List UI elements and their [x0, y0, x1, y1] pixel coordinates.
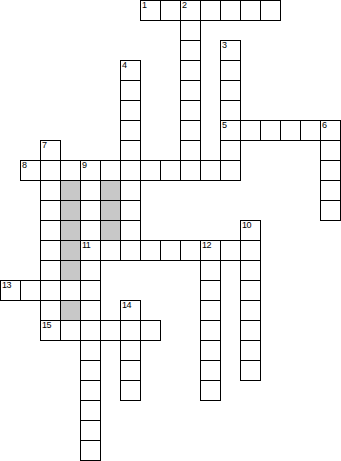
cell-r8c1[interactable] — [20, 160, 41, 181]
cell-r5c6[interactable] — [120, 100, 141, 121]
cell-r17c12[interactable] — [240, 340, 261, 361]
cell-r12c10[interactable] — [200, 240, 221, 261]
cell-r14c4[interactable] — [80, 280, 101, 301]
cell-r6c16[interactable] — [320, 120, 341, 141]
cell-r2c9[interactable] — [180, 40, 201, 61]
cell-r6c6[interactable] — [120, 120, 141, 141]
cell-r16c12[interactable] — [240, 320, 261, 341]
cell-r3c9[interactable] — [180, 60, 201, 81]
cell-r18c4[interactable] — [80, 360, 101, 381]
cell-r12c3-shaded[interactable] — [60, 240, 81, 261]
cell-r8c2[interactable] — [40, 160, 61, 181]
cell-r0c11[interactable] — [220, 0, 241, 21]
cell-r16c6[interactable] — [120, 320, 141, 341]
cell-r17c4[interactable] — [80, 340, 101, 361]
cell-r12c8[interactable] — [160, 240, 181, 261]
cell-r0c8[interactable] — [160, 0, 181, 21]
cell-r13c3-shaded[interactable] — [60, 260, 81, 281]
cell-r0c7[interactable] — [140, 0, 161, 21]
cell-r10c2[interactable] — [40, 200, 61, 221]
cell-r8c10[interactable] — [200, 160, 221, 181]
cell-r8c4[interactable] — [80, 160, 101, 181]
cell-r16c5[interactable] — [100, 320, 121, 341]
cell-r8c11[interactable] — [220, 160, 241, 181]
cell-r15c2[interactable] — [40, 300, 61, 321]
cell-r6c14[interactable] — [280, 120, 301, 141]
cell-r6c13[interactable] — [260, 120, 281, 141]
cell-r16c2[interactable] — [40, 320, 61, 341]
cell-r6c9[interactable] — [180, 120, 201, 141]
cell-r16c4[interactable] — [80, 320, 101, 341]
cell-r10c5-shaded[interactable] — [100, 200, 121, 221]
cell-r9c2[interactable] — [40, 180, 61, 201]
cell-r18c6[interactable] — [120, 360, 141, 381]
cell-r12c11[interactable] — [220, 240, 241, 261]
cell-r14c10[interactable] — [200, 280, 221, 301]
cell-r11c12[interactable] — [240, 220, 261, 241]
cell-r3c6[interactable] — [120, 60, 141, 81]
cell-r16c10[interactable] — [200, 320, 221, 341]
cell-r12c2[interactable] — [40, 240, 61, 261]
cell-r5c11[interactable] — [220, 100, 241, 121]
cell-r21c4[interactable] — [80, 420, 101, 441]
cell-r9c5-shaded[interactable] — [100, 180, 121, 201]
cell-r17c6[interactable] — [120, 340, 141, 361]
cell-r0c12[interactable] — [240, 0, 261, 21]
cell-r11c4[interactable] — [80, 220, 101, 241]
cell-r16c3[interactable] — [60, 320, 81, 341]
cell-r9c3-shaded[interactable] — [60, 180, 81, 201]
cell-r11c2[interactable] — [40, 220, 61, 241]
cell-r11c6[interactable] — [120, 220, 141, 241]
cell-r18c12[interactable] — [240, 360, 261, 381]
cell-r8c5[interactable] — [100, 160, 121, 181]
cell-r10c4[interactable] — [80, 200, 101, 221]
cell-r8c7[interactable] — [140, 160, 161, 181]
cell-r15c3-shaded[interactable] — [60, 300, 81, 321]
cell-r15c12[interactable] — [240, 300, 261, 321]
cell-r10c3-shaded[interactable] — [60, 200, 81, 221]
cell-r16c7[interactable] — [140, 320, 161, 341]
cell-r17c10[interactable] — [200, 340, 221, 361]
cell-r3c11[interactable] — [220, 60, 241, 81]
cell-r11c3-shaded[interactable] — [60, 220, 81, 241]
cell-r12c7[interactable] — [140, 240, 161, 261]
cell-r7c9[interactable] — [180, 140, 201, 161]
cell-r12c6[interactable] — [120, 240, 141, 261]
cell-r15c6[interactable] — [120, 300, 141, 321]
cell-r8c6[interactable] — [120, 160, 141, 181]
cell-r19c10[interactable] — [200, 380, 221, 401]
cell-r7c2[interactable] — [40, 140, 61, 161]
cell-r12c4[interactable] — [80, 240, 101, 261]
cell-r4c9[interactable] — [180, 80, 201, 101]
cell-r11c5-shaded[interactable] — [100, 220, 121, 241]
cell-r8c9[interactable] — [180, 160, 201, 181]
cell-r13c2[interactable] — [40, 260, 61, 281]
cell-r15c10[interactable] — [200, 300, 221, 321]
cell-r18c10[interactable] — [200, 360, 221, 381]
cell-r0c9[interactable] — [180, 0, 201, 21]
cell-r13c10[interactable] — [200, 260, 221, 281]
cell-r14c0[interactable] — [0, 280, 21, 301]
cell-r9c6[interactable] — [120, 180, 141, 201]
cell-r1c9[interactable] — [180, 20, 201, 41]
cell-r14c1[interactable] — [20, 280, 41, 301]
crossword-grid: 123456789101112131415 — [0, 0, 341, 461]
cell-r13c12[interactable] — [240, 260, 261, 281]
cell-r0c10[interactable] — [200, 0, 221, 21]
cell-r7c16[interactable] — [320, 140, 341, 161]
cell-r22c4[interactable] — [80, 440, 101, 461]
cell-r9c16[interactable] — [320, 180, 341, 201]
cell-r14c3[interactable] — [60, 280, 81, 301]
cell-r8c8[interactable] — [160, 160, 181, 181]
cell-r7c11[interactable] — [220, 140, 241, 161]
cell-r10c6[interactable] — [120, 200, 141, 221]
cell-r6c15[interactable] — [300, 120, 321, 141]
cell-r19c4[interactable] — [80, 380, 101, 401]
cell-r14c12[interactable] — [240, 280, 261, 301]
cell-r9c4[interactable] — [80, 180, 101, 201]
cell-r4c6[interactable] — [120, 80, 141, 101]
cell-r15c4[interactable] — [80, 300, 101, 321]
cell-r12c5[interactable] — [100, 240, 121, 261]
cell-r0c13[interactable] — [260, 0, 281, 21]
cell-r19c6[interactable] — [120, 380, 141, 401]
cell-r12c12[interactable] — [240, 240, 261, 261]
cell-r8c16[interactable] — [320, 160, 341, 181]
cell-r7c6[interactable] — [120, 140, 141, 161]
cell-r20c4[interactable] — [80, 400, 101, 421]
cell-r8c3[interactable] — [60, 160, 81, 181]
cell-r2c11[interactable] — [220, 40, 241, 61]
cell-r10c16[interactable] — [320, 200, 341, 221]
cell-r4c11[interactable] — [220, 80, 241, 101]
cell-r14c2[interactable] — [40, 280, 61, 301]
cell-r6c12[interactable] — [240, 120, 261, 141]
cell-r13c4[interactable] — [80, 260, 101, 281]
cell-r5c9[interactable] — [180, 100, 201, 121]
cell-r12c9[interactable] — [180, 240, 201, 261]
cell-r6c11[interactable] — [220, 120, 241, 141]
